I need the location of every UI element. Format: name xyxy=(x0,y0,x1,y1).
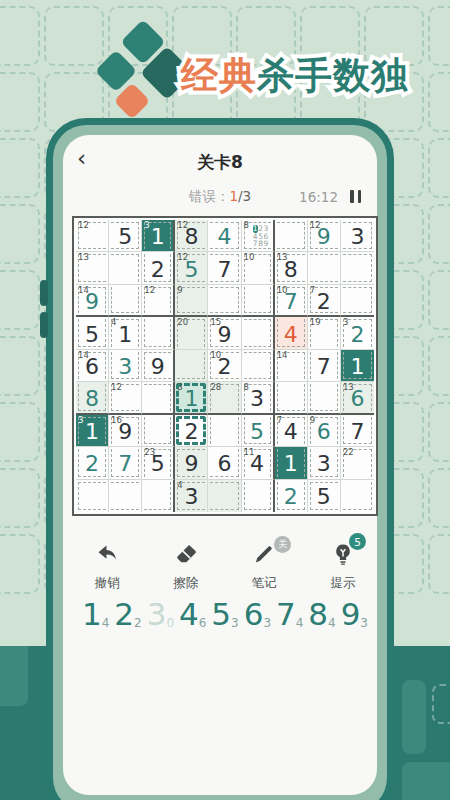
cell-r5c9[interactable]: 1 xyxy=(341,350,374,382)
numpad-9[interactable]: 93 xyxy=(341,599,368,630)
cage-sum: 12 xyxy=(177,253,188,262)
cage-sum: 10 xyxy=(210,351,221,360)
cell-r8c8[interactable]: 3 xyxy=(308,447,341,479)
notes-label: 笔记 xyxy=(252,575,277,592)
cage-sum: 13 xyxy=(343,383,354,392)
cell-value: 7 xyxy=(341,415,374,446)
pencil-icon: 关 xyxy=(251,541,277,567)
cage-border xyxy=(144,319,171,346)
cage-border xyxy=(78,482,106,510)
cell-r7c7[interactable]: 74 xyxy=(275,415,308,447)
cell-r2c2[interactable] xyxy=(109,252,142,284)
cell-r3c2[interactable] xyxy=(109,285,142,317)
cell-value: 4 xyxy=(275,317,307,348)
cell-r3c4[interactable]: 9 xyxy=(175,285,208,317)
deco-dashed-square xyxy=(428,468,450,528)
cell-r4c7[interactable]: 4 xyxy=(275,317,308,349)
deco-dashed-square xyxy=(428,402,450,462)
cell-r6c2[interactable]: 12 xyxy=(109,382,142,414)
cell-value: 8 xyxy=(76,382,108,412)
cell-value: 7 xyxy=(109,447,141,478)
cell-r7c8[interactable]: 96 xyxy=(308,415,341,447)
notes-off-badge: 关 xyxy=(274,536,291,553)
cell-r9c6[interactable] xyxy=(242,480,275,512)
cell-value: 6 xyxy=(208,447,240,478)
cage-sum: 12 xyxy=(144,286,155,295)
deco-dashed-square xyxy=(428,336,450,396)
numpad-digit: 5 xyxy=(211,599,231,630)
cage-border xyxy=(310,384,338,410)
cage-sum: 10 xyxy=(244,253,255,262)
cell-r7c3[interactable] xyxy=(142,415,175,447)
numpad-remaining-count: 0 xyxy=(166,617,174,630)
cell-value: 7 xyxy=(208,252,240,283)
deco-dashed-square xyxy=(0,534,40,594)
cell-value: 5 xyxy=(76,317,108,348)
pause-icon xyxy=(350,190,354,203)
cell-value: 2 xyxy=(76,447,108,478)
deco-tile-dashed xyxy=(432,684,450,724)
cell-r7c2[interactable]: 169 xyxy=(109,415,142,447)
cell-r1c4[interactable]: 128 xyxy=(175,220,208,252)
numpad-digit: 3 xyxy=(147,599,167,630)
cage-border xyxy=(277,222,305,249)
cell-r4c6[interactable] xyxy=(242,317,275,349)
cell-r3c6[interactable] xyxy=(242,285,275,317)
cell-r6c5[interactable]: 28 xyxy=(208,382,241,414)
app-title-accent: 经典 xyxy=(181,54,257,97)
deco-dashed-square xyxy=(0,402,40,462)
cell-r2c7[interactable]: 138 xyxy=(275,252,308,284)
deco-dashed-square xyxy=(0,138,40,198)
cell-r8c5[interactable]: 6 xyxy=(208,447,241,479)
cell-r9c4[interactable]: 43 xyxy=(175,480,208,512)
app-title-main: 杀手数独 xyxy=(257,54,409,97)
numpad-digit: 9 xyxy=(341,599,361,630)
cage-border xyxy=(343,482,372,510)
cell-r2c8[interactable] xyxy=(308,252,341,284)
cell-r2c3[interactable]: 2 xyxy=(142,252,175,284)
cell-r8c7[interactable]: 1 xyxy=(275,447,308,479)
deco-dashed-square xyxy=(0,204,40,264)
bulb-icon: 5 xyxy=(330,541,356,567)
erase-label: 擦除 xyxy=(173,575,198,592)
numpad-remaining-count: 3 xyxy=(231,617,239,630)
deco-tile xyxy=(402,762,450,800)
cell-value: 5 xyxy=(242,415,273,446)
cell-r1c7[interactable] xyxy=(275,220,308,252)
cell-r2c5[interactable]: 7 xyxy=(208,252,241,284)
cell-r7c9[interactable]: 7 xyxy=(341,415,374,447)
cell-r1c5[interactable]: 4 xyxy=(208,220,241,252)
cage-sum: 8 xyxy=(244,221,249,230)
cell-r4c3[interactable] xyxy=(142,317,175,349)
hint-label: 提示 xyxy=(330,575,355,592)
app-banner: 经典杀手数独 经典杀手数独 xyxy=(0,0,450,120)
cage-border xyxy=(277,384,305,410)
numpad-3[interactable]: 30 xyxy=(147,599,174,630)
cell-r8c6[interactable]: 114 xyxy=(242,447,275,479)
cage-sum: 9 xyxy=(177,286,182,295)
cell-r9c1[interactable] xyxy=(76,480,109,512)
cage-border xyxy=(111,287,139,313)
cage-border xyxy=(210,417,238,444)
cell-value: 5 xyxy=(308,480,340,512)
cell-value: 9 xyxy=(175,447,207,478)
cell-r4c8[interactable]: 19 xyxy=(308,317,341,349)
cell-r9c7[interactable]: 2 xyxy=(275,480,308,512)
numpad-2[interactable]: 22 xyxy=(114,599,141,630)
cell-r4c9[interactable]: 32 xyxy=(341,317,374,349)
cage-border xyxy=(244,287,271,313)
cage-sum: 14 xyxy=(78,286,89,295)
cell-r6c1[interactable]: 8 xyxy=(76,382,109,414)
numpad-remaining-count: 3 xyxy=(263,617,271,630)
numpad-5[interactable]: 53 xyxy=(211,599,238,630)
cage-sum: 13 xyxy=(277,253,288,262)
volume-button xyxy=(40,280,48,306)
deco-dashed-square xyxy=(0,336,40,396)
numpad-remaining-count: 4 xyxy=(102,617,110,630)
numpad-digit: 4 xyxy=(179,599,199,630)
numpad-remaining-count: 2 xyxy=(134,617,142,630)
cell-r4c2[interactable]: 41 xyxy=(109,317,142,349)
cell-r6c3[interactable] xyxy=(142,382,175,414)
cell-value: 3 xyxy=(308,447,340,478)
cell-r3c1[interactable]: 149 xyxy=(76,285,109,317)
cage-sum: 12 xyxy=(177,221,188,230)
cell-r9c3[interactable] xyxy=(142,480,175,512)
cell-r8c1[interactable]: 2 xyxy=(76,447,109,479)
cage-border xyxy=(144,417,171,444)
cage-border xyxy=(210,287,238,313)
deco-tile xyxy=(0,646,28,706)
cage-sum: 9 xyxy=(310,416,315,425)
cage-sum: 3 xyxy=(144,221,149,230)
numpad-7[interactable]: 74 xyxy=(276,599,303,630)
cell-r9c5[interactable] xyxy=(208,480,241,512)
deco-dashed-square xyxy=(0,270,40,330)
cage-sum: 7 xyxy=(310,286,315,295)
cage-sum: 3 xyxy=(343,318,348,327)
cell-r8c9[interactable]: 22 xyxy=(341,447,374,479)
pause-button[interactable] xyxy=(350,190,364,204)
numpad-remaining-count: 4 xyxy=(296,617,304,630)
deco-dashed-square xyxy=(0,468,40,528)
cage-sum: 12 xyxy=(111,383,122,392)
cell-r8c3[interactable]: 235 xyxy=(142,447,175,479)
cell-value: 4 xyxy=(208,220,240,251)
cell-r5c1[interactable]: 146 xyxy=(76,350,109,382)
numpad-digit: 6 xyxy=(244,599,264,630)
eraser-icon xyxy=(173,541,199,567)
cell-value: 3 xyxy=(341,220,374,251)
numpad-6[interactable]: 63 xyxy=(244,599,271,630)
undo-icon xyxy=(94,541,120,567)
cage-border xyxy=(244,352,271,379)
cell-value: 7 xyxy=(308,350,340,381)
numpad-digit: 2 xyxy=(114,599,134,630)
deco-tile xyxy=(402,680,426,754)
cage-sum: 13 xyxy=(78,253,89,262)
cage-border xyxy=(177,352,205,379)
sudoku-grid: 1253112848123456789129313212571013814912… xyxy=(72,216,378,516)
numpad-digit: 7 xyxy=(276,599,296,630)
cell-value: 1 xyxy=(275,447,307,478)
cage-sum: 23 xyxy=(144,448,155,457)
note-digit: 9 xyxy=(263,240,268,248)
cell-r7c1[interactable]: 31 xyxy=(76,415,109,447)
cage-sum: 11 xyxy=(244,448,255,457)
cell-r5c2[interactable]: 3 xyxy=(109,350,142,382)
cell-r4c1[interactable]: 5 xyxy=(76,317,109,349)
cell-r6c4[interactable]: 31 xyxy=(175,382,208,414)
cell-r1c1[interactable]: 12 xyxy=(76,220,109,252)
cell-r3c3[interactable]: 12 xyxy=(142,285,175,317)
cage-sum: 7 xyxy=(277,416,282,425)
cell-r2c9[interactable] xyxy=(341,252,374,284)
cell-r9c2[interactable] xyxy=(109,480,142,512)
cage-border xyxy=(144,482,171,510)
cell-r5c7[interactable]: 14 xyxy=(275,350,308,382)
cage-border xyxy=(343,287,372,313)
cage-sum: 20 xyxy=(177,318,188,327)
error-current: 1 xyxy=(229,188,238,204)
cell-r4c5[interactable]: 159 xyxy=(208,317,241,349)
cell-r3c8[interactable]: 72 xyxy=(308,285,341,317)
hint-count-badge: 5 xyxy=(349,533,366,550)
cell-r9c9[interactable] xyxy=(341,480,374,512)
cage-sum: 19 xyxy=(310,318,321,327)
cell-r5c3[interactable]: 9 xyxy=(142,350,175,382)
cell-value: 2 xyxy=(175,415,207,446)
cell-r7c5[interactable] xyxy=(208,415,241,447)
cell-r6c9[interactable]: 136 xyxy=(341,382,374,414)
cell-r5c6[interactable] xyxy=(242,350,275,382)
error-label: 错误： xyxy=(189,188,230,204)
cell-r4c4[interactable]: 20 xyxy=(175,317,208,349)
numpad-remaining-count: 4 xyxy=(328,617,336,630)
cage-border xyxy=(244,482,271,510)
cell-r5c5[interactable]: 102 xyxy=(208,350,241,382)
cell-value: 1 xyxy=(341,350,374,381)
cage-border xyxy=(111,482,139,510)
deco-dashed-square xyxy=(428,534,450,594)
notes-button[interactable]: 关 笔记 xyxy=(251,541,277,592)
cell-r6c7[interactable] xyxy=(275,382,308,414)
cell-r8c2[interactable]: 7 xyxy=(109,447,142,479)
toolbar: 撤销 擦除 关 笔记 5 提示 xyxy=(72,541,378,592)
cell-r3c9[interactable] xyxy=(341,285,374,317)
cell-r6c8[interactable] xyxy=(308,382,341,414)
cage-sum: 16 xyxy=(111,416,122,425)
cell-r3c5[interactable] xyxy=(208,285,241,317)
numpad-digit: 1 xyxy=(82,599,102,630)
cell-r9c8[interactable]: 5 xyxy=(308,480,341,512)
deco-dashed-square xyxy=(428,270,450,330)
cage-sum: 3 xyxy=(78,416,83,425)
numpad-remaining-count: 6 xyxy=(199,617,207,630)
cage-border xyxy=(310,254,338,281)
cell-r1c6[interactable]: 8123456789 xyxy=(242,220,275,252)
cell-r2c6[interactable]: 10 xyxy=(242,252,275,284)
cage-border xyxy=(244,319,271,346)
cage-sum: 4 xyxy=(111,318,116,327)
cage-border xyxy=(144,384,171,410)
numpad-8[interactable]: 84 xyxy=(308,599,335,630)
undo-button[interactable]: 撤销 xyxy=(94,541,120,592)
cage-sum: 15 xyxy=(210,318,221,327)
cell-r1c9[interactable]: 3 xyxy=(341,220,374,252)
cell-r3c7[interactable]: 107 xyxy=(275,285,308,317)
cage-sum: 8 xyxy=(244,383,249,392)
cage-sum: 12 xyxy=(310,221,321,230)
cell-r8c4[interactable]: 9 xyxy=(175,447,208,479)
cell-r5c8[interactable]: 7 xyxy=(308,350,341,382)
page-title: 关卡8 xyxy=(63,151,377,174)
cage-sum: 22 xyxy=(343,448,354,457)
cell-value: 9 xyxy=(142,350,173,381)
numpad-4[interactable]: 46 xyxy=(179,599,206,630)
cage-sum: 4 xyxy=(177,481,182,490)
cage-border xyxy=(343,254,372,281)
volume-button xyxy=(40,312,48,338)
timer: 16:12 xyxy=(299,189,338,205)
numpad: 142230465363748493 xyxy=(72,599,378,630)
numpad-digit: 8 xyxy=(308,599,328,630)
cage-sum: 14 xyxy=(277,351,288,360)
cell-value: 2 xyxy=(142,252,173,283)
undo-label: 撤销 xyxy=(95,575,120,592)
numpad-remaining-count: 3 xyxy=(360,617,368,630)
cell-value: 3 xyxy=(109,350,141,381)
error-total: /3 xyxy=(238,188,251,204)
cell-r6c6[interactable]: 83 xyxy=(242,382,275,414)
numpad-1[interactable]: 14 xyxy=(82,599,109,630)
cage-sum: 12 xyxy=(78,221,89,230)
cell-value: 2 xyxy=(275,480,307,512)
cell-r2c1[interactable]: 13 xyxy=(76,252,109,284)
cage-sum: 14 xyxy=(78,351,89,360)
cell-value: 5 xyxy=(109,220,141,251)
cell-r1c2[interactable]: 5 xyxy=(109,220,142,252)
cage-border xyxy=(210,482,238,510)
cell-r5c4[interactable] xyxy=(175,350,208,382)
deco-dashed-square xyxy=(428,138,450,198)
cage-sum: 10 xyxy=(277,286,288,295)
cage-sum: 3 xyxy=(177,383,182,392)
erase-button[interactable]: 擦除 xyxy=(173,541,199,592)
cell-r7c4[interactable]: 2 xyxy=(175,415,208,447)
cell-r7c6[interactable]: 5 xyxy=(242,415,275,447)
cage-border xyxy=(111,254,139,281)
cell-r2c4[interactable]: 125 xyxy=(175,252,208,284)
cell-r1c8[interactable]: 129 xyxy=(308,220,341,252)
cell-r1c3[interactable]: 31 xyxy=(142,220,175,252)
hint-button[interactable]: 5 提示 xyxy=(330,541,356,592)
deco-dashed-square xyxy=(428,204,450,264)
cage-sum: 28 xyxy=(210,383,221,392)
